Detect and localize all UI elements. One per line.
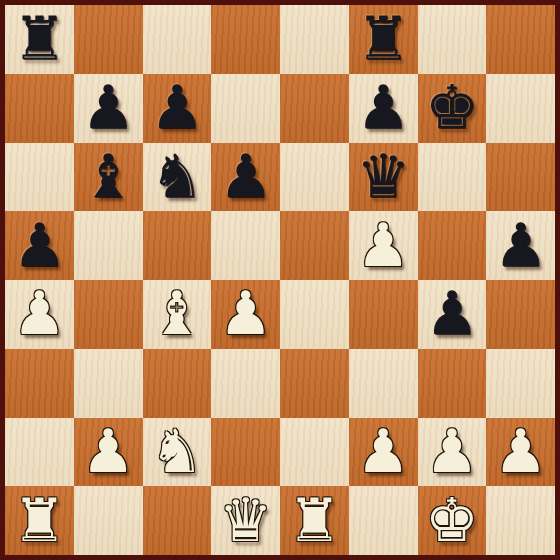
white-rook: ♜ <box>12 490 66 550</box>
square-b1[interactable] <box>74 486 143 555</box>
black-pawn: ♟ <box>494 215 548 275</box>
square-e6[interactable] <box>280 143 349 212</box>
square-d8[interactable] <box>211 5 280 74</box>
square-b5[interactable] <box>74 211 143 280</box>
square-f8[interactable]: ♜ <box>349 5 418 74</box>
square-h8[interactable] <box>486 5 555 74</box>
square-f6[interactable]: ♛ <box>349 143 418 212</box>
square-e7[interactable] <box>280 74 349 143</box>
square-f5[interactable]: ♟ <box>349 211 418 280</box>
black-pawn: ♟ <box>150 77 204 137</box>
black-pawn: ♟ <box>356 77 410 137</box>
square-e1[interactable]: ♜ <box>280 486 349 555</box>
white-pawn: ♟ <box>12 283 66 343</box>
black-knight: ♞ <box>150 146 204 206</box>
square-d5[interactable] <box>211 211 280 280</box>
square-d4[interactable]: ♟ <box>211 280 280 349</box>
black-king: ♚ <box>425 77 479 137</box>
square-h2[interactable]: ♟ <box>486 418 555 487</box>
square-d7[interactable] <box>211 74 280 143</box>
square-f4[interactable] <box>349 280 418 349</box>
white-knight: ♞ <box>150 421 204 481</box>
square-e3[interactable] <box>280 349 349 418</box>
square-b8[interactable] <box>74 5 143 74</box>
square-h5[interactable]: ♟ <box>486 211 555 280</box>
square-c6[interactable]: ♞ <box>143 143 212 212</box>
square-c3[interactable] <box>143 349 212 418</box>
square-h1[interactable] <box>486 486 555 555</box>
square-e2[interactable] <box>280 418 349 487</box>
white-pawn: ♟ <box>494 421 548 481</box>
square-h7[interactable] <box>486 74 555 143</box>
square-a2[interactable] <box>5 418 74 487</box>
square-d3[interactable] <box>211 349 280 418</box>
square-g8[interactable] <box>418 5 487 74</box>
black-rook: ♜ <box>356 8 410 68</box>
square-f7[interactable]: ♟ <box>349 74 418 143</box>
square-a8[interactable]: ♜ <box>5 5 74 74</box>
square-g2[interactable]: ♟ <box>418 418 487 487</box>
square-c2[interactable]: ♞ <box>143 418 212 487</box>
square-e4[interactable] <box>280 280 349 349</box>
square-h3[interactable] <box>486 349 555 418</box>
square-b2[interactable]: ♟ <box>74 418 143 487</box>
black-queen: ♛ <box>356 146 410 206</box>
white-queen: ♛ <box>219 490 273 550</box>
square-g5[interactable] <box>418 211 487 280</box>
square-f3[interactable] <box>349 349 418 418</box>
white-rook: ♜ <box>287 490 341 550</box>
black-rook: ♜ <box>12 8 66 68</box>
square-c8[interactable] <box>143 5 212 74</box>
square-g7[interactable]: ♚ <box>418 74 487 143</box>
square-f2[interactable]: ♟ <box>349 418 418 487</box>
black-bishop: ♝ <box>81 146 135 206</box>
black-pawn: ♟ <box>425 283 479 343</box>
square-d6[interactable]: ♟ <box>211 143 280 212</box>
square-e8[interactable] <box>280 5 349 74</box>
square-c7[interactable]: ♟ <box>143 74 212 143</box>
white-pawn: ♟ <box>425 421 479 481</box>
square-h6[interactable] <box>486 143 555 212</box>
square-g3[interactable] <box>418 349 487 418</box>
white-king: ♚ <box>425 490 479 550</box>
square-b3[interactable] <box>74 349 143 418</box>
square-a3[interactable] <box>5 349 74 418</box>
white-pawn: ♟ <box>356 421 410 481</box>
square-a5[interactable]: ♟ <box>5 211 74 280</box>
black-pawn: ♟ <box>81 77 135 137</box>
square-b7[interactable]: ♟ <box>74 74 143 143</box>
white-pawn: ♟ <box>356 215 410 275</box>
square-h4[interactable] <box>486 280 555 349</box>
chess-board: ♜♜♟♟♟♚♝♞♟♛♟♟♟♟♝♟♟♟♞♟♟♟♜♛♜♚ <box>0 0 560 560</box>
square-c5[interactable] <box>143 211 212 280</box>
square-g4[interactable]: ♟ <box>418 280 487 349</box>
square-d2[interactable] <box>211 418 280 487</box>
white-pawn: ♟ <box>219 283 273 343</box>
black-pawn: ♟ <box>12 215 66 275</box>
square-e5[interactable] <box>280 211 349 280</box>
square-c1[interactable] <box>143 486 212 555</box>
white-bishop: ♝ <box>150 283 204 343</box>
square-a4[interactable]: ♟ <box>5 280 74 349</box>
black-pawn: ♟ <box>219 146 273 206</box>
white-pawn: ♟ <box>81 421 135 481</box>
square-g6[interactable] <box>418 143 487 212</box>
square-d1[interactable]: ♛ <box>211 486 280 555</box>
square-b4[interactable] <box>74 280 143 349</box>
square-c4[interactable]: ♝ <box>143 280 212 349</box>
square-a1[interactable]: ♜ <box>5 486 74 555</box>
square-a6[interactable] <box>5 143 74 212</box>
square-f1[interactable] <box>349 486 418 555</box>
square-b6[interactable]: ♝ <box>74 143 143 212</box>
square-g1[interactable]: ♚ <box>418 486 487 555</box>
square-a7[interactable] <box>5 74 74 143</box>
